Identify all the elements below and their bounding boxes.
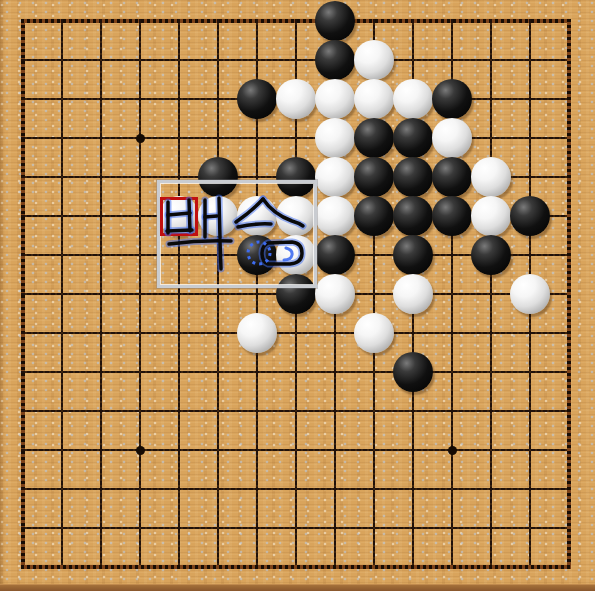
hand-drawing-stroke xyxy=(205,216,217,217)
hand-drawing-stroke xyxy=(236,199,263,222)
board-bottom-edge xyxy=(0,584,595,591)
hand-drawing-stroke xyxy=(189,200,190,231)
hand-drawn-annotation xyxy=(0,0,595,591)
hand-drawing-stroke xyxy=(167,230,192,231)
hand-drawing-stroke xyxy=(168,213,190,215)
hand-drawing-stroke xyxy=(219,198,220,238)
hand-drawing-stroke xyxy=(220,242,221,269)
omok-game-screen[interactable] xyxy=(0,0,595,591)
hand-drawing-stroke xyxy=(284,248,292,260)
